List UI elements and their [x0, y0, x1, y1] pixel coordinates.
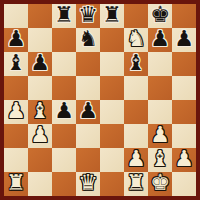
piece-black-pawn-b6[interactable]: ♟ [30, 52, 50, 75]
square-h1[interactable] [172, 172, 196, 196]
square-g4[interactable] [148, 100, 172, 124]
square-a3[interactable] [4, 124, 28, 148]
square-g1[interactable]: ♚ [148, 172, 172, 196]
square-a2[interactable] [4, 148, 28, 172]
square-c5[interactable] [52, 76, 76, 100]
piece-white-queen-d1[interactable]: ♛ [78, 172, 98, 195]
square-d8[interactable]: ♛ [76, 4, 100, 28]
square-f6[interactable]: ♝ [124, 52, 148, 76]
piece-black-knight-d7[interactable]: ♞ [78, 28, 98, 51]
chess-board-frame: ♜♛♜♚♟♞♞♟♟♝♟♝♟♝♟♟♟♟♟♝♟♜♛♜♚ [0, 0, 200, 200]
square-f8[interactable] [124, 4, 148, 28]
square-f5[interactable] [124, 76, 148, 100]
square-e4[interactable] [100, 100, 124, 124]
square-a8[interactable] [4, 4, 28, 28]
square-e8[interactable]: ♜ [100, 4, 124, 28]
piece-white-pawn-f2[interactable]: ♟ [126, 148, 146, 171]
square-f4[interactable] [124, 100, 148, 124]
square-b1[interactable] [28, 172, 52, 196]
piece-white-bishop-b4[interactable]: ♝ [30, 100, 50, 123]
square-f1[interactable]: ♜ [124, 172, 148, 196]
square-c7[interactable] [52, 28, 76, 52]
piece-black-rook-c8[interactable]: ♜ [54, 4, 74, 27]
square-f3[interactable] [124, 124, 148, 148]
square-h4[interactable] [172, 100, 196, 124]
square-d4[interactable]: ♟ [76, 100, 100, 124]
square-g6[interactable] [148, 52, 172, 76]
square-e2[interactable] [100, 148, 124, 172]
square-e5[interactable] [100, 76, 124, 100]
square-b8[interactable] [28, 4, 52, 28]
square-d3[interactable] [76, 124, 100, 148]
square-e7[interactable] [100, 28, 124, 52]
square-g8[interactable]: ♚ [148, 4, 172, 28]
square-b7[interactable] [28, 28, 52, 52]
piece-black-pawn-a7[interactable]: ♟ [6, 28, 26, 51]
square-a1[interactable]: ♜ [4, 172, 28, 196]
square-h6[interactable] [172, 52, 196, 76]
square-h7[interactable]: ♟ [172, 28, 196, 52]
square-d2[interactable] [76, 148, 100, 172]
piece-white-knight-f7[interactable]: ♞ [126, 28, 146, 51]
square-d7[interactable]: ♞ [76, 28, 100, 52]
square-g2[interactable]: ♝ [148, 148, 172, 172]
square-e1[interactable] [100, 172, 124, 196]
piece-white-pawn-g3[interactable]: ♟ [150, 124, 170, 147]
chess-board: ♜♛♜♚♟♞♞♟♟♝♟♝♟♝♟♟♟♟♟♝♟♜♛♜♚ [4, 4, 196, 196]
square-g3[interactable]: ♟ [148, 124, 172, 148]
square-a5[interactable] [4, 76, 28, 100]
square-c8[interactable]: ♜ [52, 4, 76, 28]
square-g5[interactable] [148, 76, 172, 100]
square-d6[interactable] [76, 52, 100, 76]
square-h8[interactable] [172, 4, 196, 28]
square-g7[interactable]: ♟ [148, 28, 172, 52]
square-c2[interactable] [52, 148, 76, 172]
piece-white-rook-f1[interactable]: ♜ [126, 172, 146, 195]
square-b5[interactable] [28, 76, 52, 100]
square-h2[interactable]: ♟ [172, 148, 196, 172]
square-c4[interactable]: ♟ [52, 100, 76, 124]
square-a4[interactable]: ♟ [4, 100, 28, 124]
square-a6[interactable]: ♝ [4, 52, 28, 76]
square-c6[interactable] [52, 52, 76, 76]
piece-black-bishop-a6[interactable]: ♝ [6, 52, 26, 75]
square-f2[interactable]: ♟ [124, 148, 148, 172]
piece-black-rook-e8[interactable]: ♜ [102, 4, 122, 27]
square-b6[interactable]: ♟ [28, 52, 52, 76]
square-h5[interactable] [172, 76, 196, 100]
square-d1[interactable]: ♛ [76, 172, 100, 196]
piece-black-pawn-h7[interactable]: ♟ [174, 28, 194, 51]
square-e3[interactable] [100, 124, 124, 148]
piece-white-pawn-h2[interactable]: ♟ [174, 148, 194, 171]
square-c3[interactable] [52, 124, 76, 148]
square-b2[interactable] [28, 148, 52, 172]
piece-black-pawn-c4[interactable]: ♟ [54, 100, 74, 123]
square-d5[interactable] [76, 76, 100, 100]
piece-black-pawn-g7[interactable]: ♟ [150, 28, 170, 51]
square-a7[interactable]: ♟ [4, 28, 28, 52]
square-f7[interactable]: ♞ [124, 28, 148, 52]
square-e6[interactable] [100, 52, 124, 76]
square-b3[interactable]: ♟ [28, 124, 52, 148]
piece-white-pawn-a4[interactable]: ♟ [6, 100, 26, 123]
square-c1[interactable] [52, 172, 76, 196]
square-h3[interactable] [172, 124, 196, 148]
piece-white-king-g1[interactable]: ♚ [150, 172, 170, 195]
piece-white-bishop-g2[interactable]: ♝ [150, 148, 170, 171]
square-b4[interactable]: ♝ [28, 100, 52, 124]
piece-black-queen-d8[interactable]: ♛ [78, 4, 98, 27]
piece-white-rook-a1[interactable]: ♜ [6, 172, 26, 195]
piece-black-pawn-d4[interactable]: ♟ [78, 100, 98, 123]
piece-white-pawn-b3[interactable]: ♟ [30, 124, 50, 147]
piece-black-bishop-f6[interactable]: ♝ [126, 52, 146, 75]
piece-black-king-g8[interactable]: ♚ [150, 4, 170, 27]
